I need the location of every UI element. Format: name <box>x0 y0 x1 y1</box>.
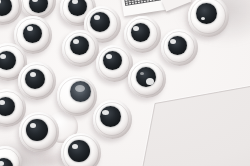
eye-pupil <box>23 24 42 43</box>
eye-pupil <box>100 106 121 127</box>
specular-highlight <box>72 144 78 149</box>
specular-highlight <box>102 110 109 115</box>
eye-pupil <box>136 67 156 87</box>
specular-highlight <box>0 161 4 166</box>
googly-eye <box>19 112 59 152</box>
barcode-print <box>124 0 161 6</box>
specular-highlight <box>146 78 154 85</box>
specular-highlight <box>201 17 205 20</box>
eye-pupil <box>68 140 90 162</box>
googly-eye <box>93 100 132 139</box>
googly-eye <box>128 60 166 98</box>
googly-eye <box>96 45 133 82</box>
eye-pupil <box>29 0 48 13</box>
googly-eye <box>161 29 198 66</box>
eye-pupil <box>90 12 110 32</box>
specular-highlight <box>32 0 38 2</box>
googly-eye <box>57 76 97 116</box>
specular-highlight <box>72 0 78 4</box>
eye-pupil <box>103 51 122 70</box>
specular-highlight <box>94 15 100 20</box>
eye-pupil <box>26 119 48 141</box>
specular-highlight <box>73 39 79 44</box>
photo-googly-eye-sheet <box>0 0 250 166</box>
specular-highlight <box>30 72 36 77</box>
specular-highlight <box>0 54 6 59</box>
eye-pupil <box>196 3 217 24</box>
eye-pupil <box>131 23 150 42</box>
eye-pupil <box>0 97 15 116</box>
googly-eye <box>124 16 161 53</box>
googly-eye <box>188 0 229 37</box>
specular-highlight <box>133 26 139 31</box>
eye-pupil <box>0 51 16 70</box>
specular-highlight <box>140 72 144 75</box>
eye-pupil <box>70 81 91 102</box>
specular-highlight <box>106 54 112 59</box>
specular-highlight <box>75 85 85 92</box>
eye-pupil <box>70 36 89 55</box>
eye-pupil <box>168 36 187 55</box>
eye-pupil <box>68 0 87 16</box>
eye-pupil <box>25 69 45 89</box>
specular-highlight <box>30 123 36 128</box>
specular-highlight <box>0 0 1 4</box>
googly-eye <box>62 30 99 67</box>
googly-eye <box>18 62 56 100</box>
specular-highlight <box>170 39 176 44</box>
specular-highlight <box>0 100 5 105</box>
googly-eye <box>61 133 101 166</box>
specular-highlight <box>27 26 33 31</box>
